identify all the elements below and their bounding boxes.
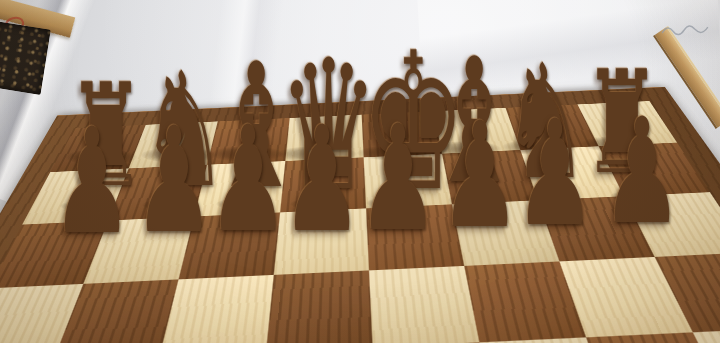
square-c3r3[interactable]: [266, 270, 373, 343]
piece-pawn[interactable]: ♟: [131, 122, 218, 239]
piece-pawn[interactable]: ♟: [512, 115, 599, 232]
square-c4r3[interactable]: [369, 266, 479, 343]
pen-mark: [659, 20, 714, 41]
piece-pawn[interactable]: ♟: [599, 113, 686, 230]
piece-pawn[interactable]: ♟: [437, 117, 524, 234]
piece-pawn[interactable]: ♟: [49, 123, 136, 240]
dark-textured-box: [0, 21, 51, 95]
photo-scene: ♜♞♝♚♝♛♞♜♟♟♟♟♟♟♟♟: [0, 0, 720, 343]
piece-pawn[interactable]: ♟: [279, 121, 366, 238]
piece-pawn[interactable]: ♟: [355, 120, 442, 237]
square-c2r3[interactable]: [159, 275, 274, 343]
